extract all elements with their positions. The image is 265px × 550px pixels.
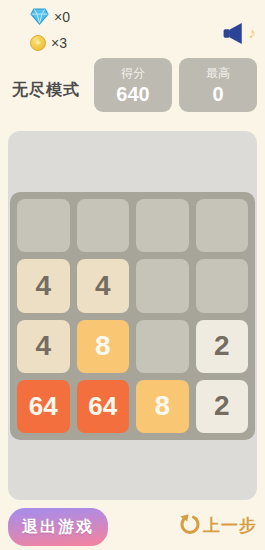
mode-label: 无尽模式 bbox=[12, 80, 80, 101]
empty-cell bbox=[136, 259, 189, 312]
gems-counter: ×0 bbox=[30, 8, 70, 25]
tile-4: 4 bbox=[77, 259, 130, 312]
best-score-label: 最高 bbox=[206, 65, 230, 82]
empty-cell bbox=[196, 259, 249, 312]
empty-cell bbox=[136, 199, 189, 252]
best-score-value: 0 bbox=[212, 83, 223, 106]
gems-count: ×0 bbox=[54, 9, 70, 25]
exit-game-label: 退出游戏 bbox=[22, 517, 94, 538]
score-box: 得分 640 bbox=[94, 58, 172, 112]
tile-2: 2 bbox=[196, 380, 249, 433]
tile-4: 4 bbox=[17, 320, 70, 373]
tile-8: 8 bbox=[77, 320, 130, 373]
empty-cell bbox=[196, 199, 249, 252]
score-label: 得分 bbox=[121, 65, 145, 82]
tile-4: 4 bbox=[17, 259, 70, 312]
board-grid[interactable]: 44482646482 bbox=[10, 192, 255, 440]
undo-button[interactable]: 上一步 bbox=[179, 511, 257, 539]
empty-cell bbox=[77, 199, 130, 252]
tile-64: 64 bbox=[77, 380, 130, 433]
tile-2: 2 bbox=[196, 320, 249, 373]
coins-counter: ✦ ×3 bbox=[30, 35, 67, 51]
tile-8: 8 bbox=[136, 380, 189, 433]
score-value: 640 bbox=[116, 83, 149, 106]
game-screen: ×0 ✦ ×3 ♪ 无尽模式 得分 640 最高 0 44482646482 退… bbox=[0, 0, 265, 550]
exit-game-button[interactable]: 退出游戏 bbox=[8, 508, 108, 546]
best-score-box: 最高 0 bbox=[179, 58, 257, 112]
speaker-icon bbox=[221, 20, 248, 47]
tile-64: 64 bbox=[17, 380, 70, 433]
gem-icon bbox=[30, 8, 49, 25]
coins-count: ×3 bbox=[51, 35, 67, 51]
empty-cell bbox=[17, 199, 70, 252]
undo-icon bbox=[179, 514, 201, 536]
undo-label: 上一步 bbox=[203, 514, 257, 537]
coin-icon: ✦ bbox=[30, 35, 46, 51]
empty-cell bbox=[136, 320, 189, 373]
music-note-icon: ♪ bbox=[249, 24, 257, 41]
sound-toggle-button[interactable]: ♪ bbox=[221, 20, 257, 47]
